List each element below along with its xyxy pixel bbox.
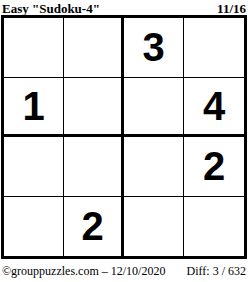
cell-r2c4[interactable]: 4	[184, 78, 244, 138]
cell-r4c3[interactable]	[124, 197, 184, 257]
cell-r2c2[interactable]	[64, 78, 124, 138]
cell-r4c4[interactable]	[184, 197, 244, 257]
sudoku-grid: 31422	[1, 15, 247, 259]
difficulty-text: Diff: 3 / 632	[187, 264, 246, 278]
given-digit: 4	[203, 86, 225, 126]
given-digit: 2	[81, 206, 103, 246]
copyright-text: ©grouppuzzles.com – 12/10/2020	[2, 264, 165, 278]
given-digit: 2	[203, 146, 225, 186]
page-footer: ©grouppuzzles.com – 12/10/2020 Diff: 3 /…	[2, 264, 246, 278]
cell-r2c3[interactable]	[124, 78, 184, 138]
page-number: 11/16	[217, 1, 246, 16]
puzzle-page: Easy "Sudoku-4" 11/16 31422 ©grouppuzzle…	[0, 0, 248, 282]
cell-r1c2[interactable]	[64, 18, 124, 78]
cell-r1c3[interactable]: 3	[124, 18, 184, 78]
page-header: Easy "Sudoku-4" 11/16	[2, 1, 246, 16]
cell-r3c4[interactable]: 2	[184, 137, 244, 197]
given-digit: 1	[22, 86, 44, 126]
cell-r3c3[interactable]	[124, 137, 184, 197]
cell-r2c1[interactable]: 1	[4, 78, 64, 138]
cell-r3c1[interactable]	[4, 137, 64, 197]
cell-r4c2[interactable]: 2	[64, 197, 124, 257]
given-digit: 3	[142, 27, 164, 67]
cell-r1c4[interactable]	[184, 18, 244, 78]
cell-r3c2[interactable]	[64, 137, 124, 197]
cell-r4c1[interactable]	[4, 197, 64, 257]
cell-r1c1[interactable]	[4, 18, 64, 78]
puzzle-title: Easy "Sudoku-4"	[2, 1, 100, 16]
